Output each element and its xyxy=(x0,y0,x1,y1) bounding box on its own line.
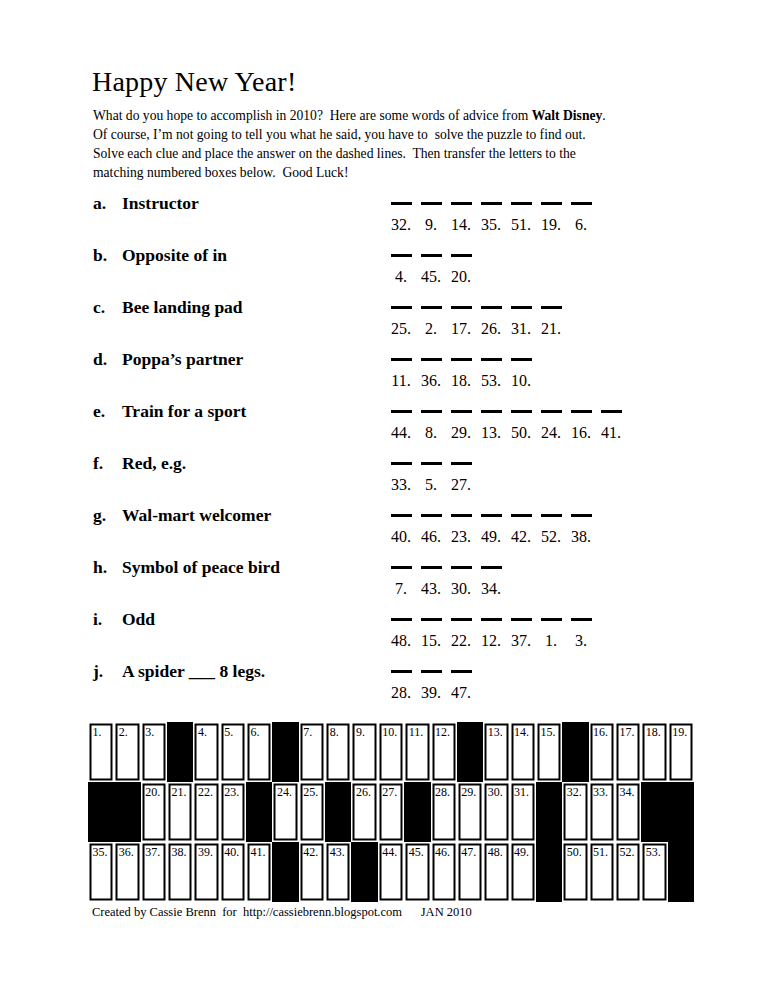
cell-number: 23. xyxy=(224,786,239,798)
cell-number: 52. xyxy=(619,846,634,858)
answer-dash xyxy=(481,358,502,361)
grid-cell-23[interactable]: 23. xyxy=(220,782,246,842)
answer-number: 30. xyxy=(451,581,471,597)
grid-cell-41[interactable]: 41. xyxy=(246,842,272,902)
grid-cell-6[interactable]: 6. xyxy=(246,722,272,782)
answer-dash xyxy=(421,462,442,465)
cell-number: 12. xyxy=(435,726,450,738)
answer-number: 3. xyxy=(575,633,587,649)
answer-slot[interactable]: 34. xyxy=(480,558,502,597)
answer-slot[interactable]: 38. xyxy=(570,506,592,545)
answer-dash xyxy=(511,410,532,413)
clue-text-h: h.Symbol of peace bird xyxy=(93,558,390,577)
answer-slot[interactable]: 25. xyxy=(390,298,412,337)
cell-number: 47. xyxy=(461,846,476,858)
cell-number: 44. xyxy=(382,846,397,858)
cell-number: 41. xyxy=(251,846,266,858)
cell-number: 38. xyxy=(172,846,187,858)
clue-letter: i. xyxy=(93,610,122,629)
answer-slot[interactable]: 12. xyxy=(480,610,502,649)
grid-cell-17[interactable]: 17. xyxy=(615,722,641,782)
grid-cell-16[interactable]: 16. xyxy=(589,722,615,782)
grid-cell-45[interactable]: 45. xyxy=(404,842,430,902)
clue-row-j: j.A spider ___ 8 legs.28.39.47. xyxy=(93,662,693,714)
answer-number: 29. xyxy=(451,425,471,441)
answer-dash xyxy=(421,566,442,569)
grid-cell-15[interactable]: 15. xyxy=(536,722,562,782)
answer-dash xyxy=(421,254,442,257)
answer-slot[interactable]: 47. xyxy=(450,662,472,701)
answer-number: 1. xyxy=(545,633,557,649)
answer-dash xyxy=(451,462,472,465)
grid-cell-14[interactable]: 14. xyxy=(510,722,536,782)
answer-dash xyxy=(511,514,532,517)
answer-dash xyxy=(511,618,532,621)
cell-number: 21. xyxy=(172,786,187,798)
answer-slot[interactable]: 8. xyxy=(420,402,442,441)
cell-number: 53. xyxy=(646,846,661,858)
answer-number: 18. xyxy=(451,373,471,389)
cell-number: 11. xyxy=(409,726,424,738)
grid-cell-47[interactable]: 47. xyxy=(457,842,483,902)
answer-slots-g: 40.46.23.49.42.52.38. xyxy=(390,506,600,545)
grid-cell-49[interactable]: 49. xyxy=(510,842,536,902)
answer-slot[interactable]: 11. xyxy=(390,350,412,389)
cell-number: 35. xyxy=(93,846,108,858)
answer-number: 8. xyxy=(425,425,437,441)
answer-slot[interactable]: 17. xyxy=(450,298,472,337)
answer-dash xyxy=(421,514,442,517)
answer-number: 27. xyxy=(451,477,471,493)
answer-number: 34. xyxy=(481,581,501,597)
answer-dash xyxy=(541,618,562,621)
clue-label: Instructor xyxy=(122,193,199,213)
grid-cell-20[interactable]: 20. xyxy=(141,782,167,842)
cell-number: 1. xyxy=(93,726,102,738)
clue-row-g: g.Wal-mart welcomer40.46.23.49.42.52.38. xyxy=(93,506,693,558)
answer-dash xyxy=(391,514,412,517)
cell-number: 26. xyxy=(356,786,371,798)
answer-number: 14. xyxy=(451,217,471,233)
answer-dash xyxy=(421,306,442,309)
clue-label: Opposite of in xyxy=(122,245,227,265)
answer-number: 38. xyxy=(571,529,591,545)
cell-number: 8. xyxy=(330,726,339,738)
answer-slot[interactable]: 18. xyxy=(450,350,472,389)
answer-number: 50. xyxy=(511,425,531,441)
cell-number: 5. xyxy=(224,726,233,738)
clue-letter: f. xyxy=(93,454,122,473)
answer-slot[interactable]: 30. xyxy=(450,558,472,597)
answer-slots-d: 11.36.18.53.10. xyxy=(390,350,540,389)
grid-cell-11[interactable]: 11. xyxy=(404,722,430,782)
cell-number: 2. xyxy=(119,726,128,738)
grid-cell-31[interactable]: 31. xyxy=(510,782,536,842)
cell-number: 18. xyxy=(646,726,661,738)
answer-number: 7. xyxy=(395,581,407,597)
cell-number: 45. xyxy=(409,846,424,858)
grid-cell-52[interactable]: 52. xyxy=(615,842,641,902)
grid-cell-48[interactable]: 48. xyxy=(483,842,509,902)
answer-number: 28. xyxy=(391,685,411,701)
answer-slot[interactable]: 1. xyxy=(540,610,562,649)
cell-number: 46. xyxy=(435,846,450,858)
clue-text-f: f.Red, e.g. xyxy=(93,454,390,473)
cell-number: 48. xyxy=(488,846,503,858)
clue-row-d: d.Poppa’s partner11.36.18.53.10. xyxy=(93,350,693,402)
answer-dash xyxy=(451,410,472,413)
grid-black-cell xyxy=(272,722,298,782)
clue-row-e: e.Train for a sport44.8.29.13.50.24.16.4… xyxy=(93,402,693,454)
answer-number: 16. xyxy=(571,425,591,441)
answer-slot[interactable]: 21. xyxy=(540,298,562,337)
clue-label: Symbol of peace bird xyxy=(122,557,280,577)
answer-slots-e: 44.8.29.13.50.24.16.41. xyxy=(390,402,630,441)
intro-line-1: What do you hope to accomplish in 2010? … xyxy=(93,106,606,125)
answer-dash xyxy=(451,306,472,309)
answer-dash xyxy=(421,618,442,621)
answer-slot[interactable]: 33. xyxy=(390,454,412,493)
cell-number: 7. xyxy=(303,726,312,738)
grid-cell-7[interactable]: 7. xyxy=(299,722,325,782)
answer-number: 44. xyxy=(391,425,411,441)
grid-cell-30[interactable]: 30. xyxy=(483,782,509,842)
cell-number: 20. xyxy=(145,786,160,798)
grid-black-cell xyxy=(404,782,430,842)
answer-number: 9. xyxy=(425,217,437,233)
answer-number: 39. xyxy=(421,685,441,701)
answer-slot[interactable]: 10. xyxy=(510,350,532,389)
cell-number: 27. xyxy=(382,786,397,798)
grid-cell-24[interactable]: 24. xyxy=(272,782,298,842)
cell-number: 14. xyxy=(514,726,529,738)
answer-dash xyxy=(391,254,412,257)
clue-text-d: d.Poppa’s partner xyxy=(93,350,390,369)
clue-row-c: c.Bee landing pad25.2.17.26.31.21. xyxy=(93,298,693,350)
clue-row-b: b.Opposite of in4.45.20. xyxy=(93,246,693,298)
answer-slot[interactable]: 39. xyxy=(420,662,442,701)
clue-text-b: b.Opposite of in xyxy=(93,246,390,265)
answer-dash xyxy=(451,670,472,673)
answer-number: 43. xyxy=(421,581,441,597)
answer-slot[interactable]: 26. xyxy=(480,298,502,337)
answer-number: 12. xyxy=(481,633,501,649)
answer-number: 51. xyxy=(511,217,531,233)
answer-dash xyxy=(391,462,412,465)
answer-number: 45. xyxy=(421,269,441,285)
answer-number: 53. xyxy=(481,373,501,389)
clue-label: Poppa’s partner xyxy=(122,349,243,369)
grid-cell-33[interactable]: 33. xyxy=(589,782,615,842)
cell-number: 6. xyxy=(251,726,260,738)
answer-number: 15. xyxy=(421,633,441,649)
answer-dash xyxy=(481,202,502,205)
answer-slot[interactable]: 53. xyxy=(480,350,502,389)
answer-number: 46. xyxy=(421,529,441,545)
clue-label: Train for a sport xyxy=(122,401,246,421)
answer-number: 49. xyxy=(481,529,501,545)
intro-paragraph: What do you hope to accomplish in 2010? … xyxy=(93,106,606,182)
answer-number: 6. xyxy=(575,217,587,233)
answer-dash xyxy=(391,618,412,621)
cell-number: 28. xyxy=(435,786,450,798)
answer-slot[interactable]: 6. xyxy=(570,194,592,233)
cell-number: 22. xyxy=(198,786,213,798)
grid-cell-53[interactable]: 53. xyxy=(641,842,667,902)
answer-dash xyxy=(391,566,412,569)
answer-slots-i: 48.15.22.12.37.1.3. xyxy=(390,610,600,649)
answer-dash xyxy=(451,566,472,569)
clue-letter: j. xyxy=(93,662,122,681)
answer-dash xyxy=(601,410,622,413)
answer-slot[interactable]: 27. xyxy=(450,454,472,493)
answer-slots-a: 32.9.14.35.51.19.6. xyxy=(390,194,600,233)
answer-slot[interactable]: 16. xyxy=(570,402,592,441)
answer-dash xyxy=(451,618,472,621)
cell-number: 43. xyxy=(330,846,345,858)
cell-number: 24. xyxy=(277,786,292,798)
answer-slots-c: 25.2.17.26.31.21. xyxy=(390,298,570,337)
page-title: Happy New Year! xyxy=(92,66,296,98)
intro-line-1-post: . xyxy=(602,108,605,123)
grid-cell-26[interactable]: 26. xyxy=(351,782,377,842)
clue-letter: a. xyxy=(93,194,122,213)
answer-number: 31. xyxy=(511,321,531,337)
answer-slot[interactable]: 42. xyxy=(510,506,532,545)
cell-number: 50. xyxy=(567,846,582,858)
answer-dash xyxy=(451,514,472,517)
answer-dash xyxy=(571,202,592,205)
grid-cell-50[interactable]: 50. xyxy=(562,842,588,902)
grid-cell-36[interactable]: 36. xyxy=(114,842,140,902)
grid-cell-37[interactable]: 37. xyxy=(141,842,167,902)
grid-black-cell xyxy=(114,782,140,842)
answer-slot[interactable]: 31. xyxy=(510,298,532,337)
grid-cell-46[interactable]: 46. xyxy=(431,842,457,902)
answer-number: 23. xyxy=(451,529,471,545)
cell-number: 37. xyxy=(145,846,160,858)
clue-text-i: i.Odd xyxy=(93,610,390,629)
answer-number: 17. xyxy=(451,321,471,337)
grid-cell-3[interactable]: 3. xyxy=(141,722,167,782)
grid-cell-42[interactable]: 42. xyxy=(299,842,325,902)
answer-slot[interactable]: 28. xyxy=(390,662,412,701)
grid-cell-18[interactable]: 18. xyxy=(641,722,667,782)
answer-slot[interactable]: 24. xyxy=(540,402,562,441)
answer-slot[interactable]: 7. xyxy=(390,558,412,597)
grid-cell-13[interactable]: 13. xyxy=(483,722,509,782)
cell-number: 34. xyxy=(619,786,634,798)
answer-dash xyxy=(481,566,502,569)
cell-number: 16. xyxy=(593,726,608,738)
answer-slot[interactable]: 29. xyxy=(450,402,472,441)
cell-number: 4. xyxy=(198,726,207,738)
answer-slots-j: 28.39.47. xyxy=(390,662,480,701)
clue-text-a: a.Instructor xyxy=(93,194,390,213)
answer-slot[interactable]: 9. xyxy=(420,194,442,233)
grid-cell-39[interactable]: 39. xyxy=(193,842,219,902)
intro-line-1-pre: What do you hope to accomplish in 2010? … xyxy=(93,108,532,123)
answer-number: 42. xyxy=(511,529,531,545)
grid-cell-29[interactable]: 29. xyxy=(457,782,483,842)
cell-number: 33. xyxy=(593,786,608,798)
grid-black-cell xyxy=(167,722,193,782)
cell-number: 25. xyxy=(303,786,318,798)
answer-dash xyxy=(481,514,502,517)
answer-dash xyxy=(421,358,442,361)
answer-slot[interactable]: 23. xyxy=(450,506,472,545)
intro-line-4: matching numbered boxes below. Good Luck… xyxy=(93,163,606,182)
grid-cell-38[interactable]: 38. xyxy=(167,842,193,902)
answer-number: 32. xyxy=(391,217,411,233)
answer-dash xyxy=(511,202,532,205)
answer-slot[interactable]: 45. xyxy=(420,246,442,285)
grid-cell-2[interactable]: 2. xyxy=(114,722,140,782)
answer-number: 33. xyxy=(391,477,411,493)
answer-slot[interactable]: 4. xyxy=(390,246,412,285)
grid-cell-40[interactable]: 40. xyxy=(220,842,246,902)
answer-slots-f: 33.5.27. xyxy=(390,454,480,493)
answer-number: 10. xyxy=(511,373,531,389)
answer-slot[interactable]: 50. xyxy=(510,402,532,441)
answer-number: 13. xyxy=(481,425,501,441)
grid-black-cell xyxy=(668,782,694,842)
answer-slot[interactable]: 52. xyxy=(540,506,562,545)
answer-number: 21. xyxy=(541,321,561,337)
grid-cell-21[interactable]: 21. xyxy=(167,782,193,842)
grid-black-cell xyxy=(457,722,483,782)
cell-number: 31. xyxy=(514,786,529,798)
grid-black-cell xyxy=(668,842,694,902)
grid-cell-25[interactable]: 25. xyxy=(299,782,325,842)
answer-number: 22. xyxy=(451,633,471,649)
answer-dash xyxy=(511,358,532,361)
answer-number: 40. xyxy=(391,529,411,545)
answer-dash xyxy=(541,306,562,309)
answer-number: 24. xyxy=(541,425,561,441)
cell-number: 39. xyxy=(198,846,213,858)
grid-cell-4[interactable]: 4. xyxy=(193,722,219,782)
answer-dash xyxy=(451,358,472,361)
grid-black-cell xyxy=(536,782,562,842)
cell-number: 15. xyxy=(540,726,555,738)
answer-dash xyxy=(391,410,412,413)
grid-cell-44[interactable]: 44. xyxy=(378,842,404,902)
grid-cell-32[interactable]: 32. xyxy=(562,782,588,842)
answer-dash xyxy=(421,410,442,413)
answer-dash xyxy=(451,254,472,257)
answer-dash xyxy=(481,618,502,621)
answer-slot[interactable]: 22. xyxy=(450,610,472,649)
answer-dash xyxy=(391,670,412,673)
answer-slot[interactable]: 43. xyxy=(420,558,442,597)
grid-cell-34[interactable]: 34. xyxy=(615,782,641,842)
cell-number: 51. xyxy=(593,846,608,858)
grid-black-cell xyxy=(562,722,588,782)
cell-number: 40. xyxy=(224,846,239,858)
answer-slot[interactable]: 40. xyxy=(390,506,412,545)
answer-dash xyxy=(541,410,562,413)
clue-row-a: a.Instructor32.9.14.35.51.19.6. xyxy=(93,194,693,246)
cell-number: 13. xyxy=(488,726,503,738)
grid-cell-51[interactable]: 51. xyxy=(589,842,615,902)
clue-text-g: g.Wal-mart welcomer xyxy=(93,506,390,525)
clue-label: Red, e.g. xyxy=(122,453,186,473)
grid-black-cell xyxy=(536,842,562,902)
grid-cell-1[interactable]: 1. xyxy=(88,722,114,782)
clue-text-j: j.A spider ___ 8 legs. xyxy=(93,662,390,681)
answer-slot[interactable]: 37. xyxy=(510,610,532,649)
clue-label: A spider ___ 8 legs. xyxy=(122,661,265,681)
grid-black-cell xyxy=(272,842,298,902)
answer-slot[interactable]: 14. xyxy=(450,194,472,233)
answer-slot[interactable]: 19. xyxy=(540,194,562,233)
clue-row-i: i.Odd48.15.22.12.37.1.3. xyxy=(93,610,693,662)
answer-slot[interactable]: 48. xyxy=(390,610,412,649)
answer-dash xyxy=(421,202,442,205)
grid-cell-35[interactable]: 35. xyxy=(88,842,114,902)
answer-number: 41. xyxy=(601,425,621,441)
grid-black-cell xyxy=(641,782,667,842)
grid-cell-27[interactable]: 27. xyxy=(378,782,404,842)
answer-slot[interactable]: 2. xyxy=(420,298,442,337)
answer-slot[interactable]: 20. xyxy=(450,246,472,285)
cell-number: 30. xyxy=(488,786,503,798)
answer-slot[interactable]: 3. xyxy=(570,610,592,649)
grid-cell-5[interactable]: 5. xyxy=(220,722,246,782)
answer-slot[interactable]: 36. xyxy=(420,350,442,389)
clue-letter: c. xyxy=(93,298,122,317)
clue-letter: d. xyxy=(93,350,122,369)
answer-dash xyxy=(391,358,412,361)
grid-black-cell xyxy=(351,842,377,902)
clue-text-c: c.Bee landing pad xyxy=(93,298,390,317)
answer-dash xyxy=(481,306,502,309)
grid-cell-8[interactable]: 8. xyxy=(325,722,351,782)
grid-cell-43[interactable]: 43. xyxy=(325,842,351,902)
answer-slots-h: 7.43.30.34. xyxy=(390,558,510,597)
answer-slot[interactable]: 13. xyxy=(480,402,502,441)
cell-number: 17. xyxy=(619,726,634,738)
clue-letter: g. xyxy=(93,506,122,525)
grid-cell-9[interactable]: 9. xyxy=(351,722,377,782)
clue-list: a.Instructor32.9.14.35.51.19.6.b.Opposit… xyxy=(93,194,693,714)
answer-slot[interactable]: 51. xyxy=(510,194,532,233)
clue-text-e: e.Train for a sport xyxy=(93,402,390,421)
answer-slot[interactable]: 46. xyxy=(420,506,442,545)
grid-cell-12[interactable]: 12. xyxy=(431,722,457,782)
grid-cell-10[interactable]: 10. xyxy=(378,722,404,782)
answer-slot[interactable]: 5. xyxy=(420,454,442,493)
clue-row-f: f.Red, e.g.33.5.27. xyxy=(93,454,693,506)
clue-label: Odd xyxy=(122,609,155,629)
answer-dash xyxy=(511,306,532,309)
grid-cell-28[interactable]: 28. xyxy=(431,782,457,842)
answer-slot[interactable]: 41. xyxy=(600,402,622,441)
answer-slot[interactable]: 15. xyxy=(420,610,442,649)
answer-dash xyxy=(421,670,442,673)
answer-dash xyxy=(541,202,562,205)
answer-slot[interactable]: 35. xyxy=(480,194,502,233)
answer-number: 47. xyxy=(451,685,471,701)
answer-number: 20. xyxy=(451,269,471,285)
answer-dash xyxy=(391,202,412,205)
answer-slot[interactable]: 49. xyxy=(480,506,502,545)
answer-slot[interactable]: 32. xyxy=(390,194,412,233)
answer-slot[interactable]: 44. xyxy=(390,402,412,441)
grid-cell-19[interactable]: 19. xyxy=(668,722,694,782)
grid-cell-22[interactable]: 22. xyxy=(193,782,219,842)
